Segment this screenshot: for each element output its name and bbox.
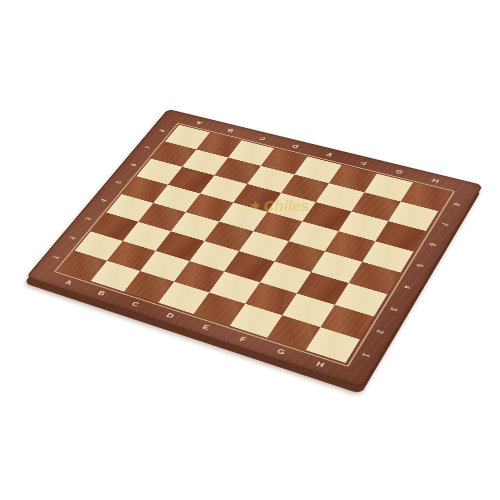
chess-board: AABBCCDDEEFFGGHH8877665544332211 [26,109,483,388]
product-photo: AABBCCDDEEFFGGHH8877665544332211 ★ Chile… [0,0,500,500]
board-shadow: AABBCCDDEEFFGGHH8877665544332211 [0,0,500,500]
